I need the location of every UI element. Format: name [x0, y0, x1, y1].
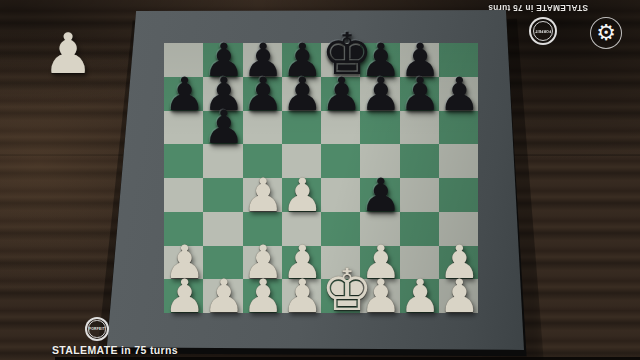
captured-pieces-tray: ♟	[40, 26, 96, 90]
status-text-opponent: STALEMATE in 75 turns	[492, 2, 588, 13]
square-f3[interactable]	[360, 212, 399, 246]
square-f4[interactable]	[360, 178, 399, 212]
square-f2[interactable]	[360, 246, 399, 280]
square-c8[interactable]	[243, 43, 282, 77]
square-h2[interactable]	[439, 246, 478, 280]
square-a6[interactable]	[164, 111, 203, 145]
square-d4[interactable]	[282, 178, 321, 212]
square-c4[interactable]	[243, 178, 282, 212]
square-c7[interactable]	[243, 77, 282, 111]
square-h8[interactable]	[439, 43, 478, 77]
square-h4[interactable]	[439, 178, 478, 212]
square-g2[interactable]	[400, 246, 439, 280]
square-a2[interactable]	[164, 246, 203, 280]
square-a8[interactable]	[164, 43, 203, 77]
square-g7[interactable]	[400, 77, 439, 111]
forfeit-button-opponent[interactable]: FORFEIT	[529, 17, 557, 45]
square-f1[interactable]	[360, 279, 399, 313]
square-h5[interactable]	[439, 144, 478, 178]
captured-white-pawn: ♟	[40, 26, 96, 82]
gear-icon: ⚙	[596, 22, 616, 44]
square-e6[interactable]	[321, 111, 360, 145]
square-a5[interactable]	[164, 144, 203, 178]
square-g6[interactable]	[400, 111, 439, 145]
square-g8[interactable]	[400, 43, 439, 77]
status-text-player: STALEMATE in 75 turns	[52, 344, 178, 356]
square-e5[interactable]	[321, 144, 360, 178]
chess-board[interactable]	[164, 43, 478, 313]
square-d6[interactable]	[282, 111, 321, 145]
square-a7[interactable]	[164, 77, 203, 111]
square-d1[interactable]	[282, 279, 321, 313]
square-h1[interactable]	[439, 279, 478, 313]
square-g1[interactable]	[400, 279, 439, 313]
square-f7[interactable]	[360, 77, 399, 111]
square-c5[interactable]	[243, 144, 282, 178]
square-e7[interactable]	[321, 77, 360, 111]
square-e8[interactable]	[321, 43, 360, 77]
square-d5[interactable]	[282, 144, 321, 178]
square-b4[interactable]	[203, 178, 242, 212]
square-b3[interactable]	[203, 212, 242, 246]
square-c2[interactable]	[243, 246, 282, 280]
square-a3[interactable]	[164, 212, 203, 246]
square-e1[interactable]	[321, 279, 360, 313]
square-c6[interactable]	[243, 111, 282, 145]
square-b5[interactable]	[203, 144, 242, 178]
square-d7[interactable]	[282, 77, 321, 111]
square-b1[interactable]	[203, 279, 242, 313]
square-f5[interactable]	[360, 144, 399, 178]
square-d2[interactable]	[282, 246, 321, 280]
square-c3[interactable]	[243, 212, 282, 246]
forfeit-label: FORFEIT	[533, 21, 553, 41]
square-h7[interactable]	[439, 77, 478, 111]
square-g3[interactable]	[400, 212, 439, 246]
forfeit-button-player[interactable]: FORFEIT	[85, 317, 109, 341]
square-f6[interactable]	[360, 111, 399, 145]
square-g4[interactable]	[400, 178, 439, 212]
square-d3[interactable]	[282, 212, 321, 246]
square-h3[interactable]	[439, 212, 478, 246]
square-b6[interactable]	[203, 111, 242, 145]
square-a4[interactable]	[164, 178, 203, 212]
forfeit-label: FORFEIT	[88, 320, 105, 337]
square-h6[interactable]	[439, 111, 478, 145]
settings-button[interactable]: ⚙	[590, 17, 622, 49]
square-b7[interactable]	[203, 77, 242, 111]
square-c1[interactable]	[243, 279, 282, 313]
square-e3[interactable]	[321, 212, 360, 246]
square-f8[interactable]	[360, 43, 399, 77]
square-e4[interactable]	[321, 178, 360, 212]
square-e2[interactable]	[321, 246, 360, 280]
square-d8[interactable]	[282, 43, 321, 77]
square-b2[interactable]	[203, 246, 242, 280]
square-b8[interactable]	[203, 43, 242, 77]
square-g5[interactable]	[400, 144, 439, 178]
square-a1[interactable]	[164, 279, 203, 313]
